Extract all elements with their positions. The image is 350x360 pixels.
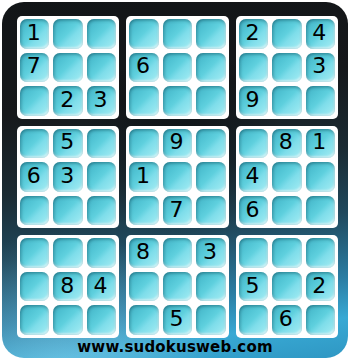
cell-r3c6[interactable] — [196, 86, 225, 116]
given-digit: 6 — [27, 165, 41, 187]
cell-r6c1[interactable] — [20, 196, 49, 226]
cell-r5c2[interactable]: 3 — [53, 162, 82, 192]
cell-r8c2[interactable]: 8 — [53, 272, 82, 302]
cell-r2c4[interactable]: 6 — [129, 53, 158, 83]
cell-r4c7[interactable] — [239, 129, 268, 159]
cell-r5c5[interactable] — [163, 162, 192, 192]
cell-r9c6[interactable] — [196, 305, 225, 335]
given-digit: 5 — [169, 308, 183, 330]
block-1: 1723 — [17, 16, 119, 119]
cell-r9c8[interactable]: 6 — [272, 305, 301, 335]
cell-r7c2[interactable] — [53, 238, 82, 268]
given-digit: 4 — [94, 275, 108, 297]
cell-r2c1[interactable]: 7 — [20, 53, 49, 83]
cell-r2c2[interactable] — [53, 53, 82, 83]
given-digit: 6 — [245, 199, 259, 221]
block-6: 8146 — [236, 126, 338, 229]
given-digit: 7 — [27, 55, 41, 77]
cell-r6c4[interactable] — [129, 196, 158, 226]
cell-r3c8[interactable] — [272, 86, 301, 116]
cell-r1c4[interactable] — [129, 19, 158, 49]
cell-r4c4[interactable] — [129, 129, 158, 159]
block-5: 917 — [126, 126, 228, 229]
given-digit: 8 — [60, 275, 74, 297]
cell-r9c2[interactable] — [53, 305, 82, 335]
given-digit: 9 — [169, 131, 183, 153]
cell-r8c9[interactable]: 2 — [306, 272, 335, 302]
cell-r6c5[interactable]: 7 — [163, 196, 192, 226]
cell-r4c2[interactable]: 5 — [53, 129, 82, 159]
given-digit: 3 — [203, 241, 217, 263]
cell-r4c1[interactable] — [20, 129, 49, 159]
cell-r2c3[interactable] — [87, 53, 116, 83]
cell-r8c5[interactable] — [163, 272, 192, 302]
block-4: 563 — [17, 126, 119, 229]
cell-r3c9[interactable] — [306, 86, 335, 116]
cell-r1c7[interactable]: 2 — [239, 19, 268, 49]
cell-r7c8[interactable] — [272, 238, 301, 268]
cell-r2c7[interactable] — [239, 53, 268, 83]
given-digit: 4 — [245, 165, 259, 187]
given-digit: 3 — [94, 89, 108, 111]
cell-r9c1[interactable] — [20, 305, 49, 335]
given-digit: 4 — [312, 22, 326, 44]
cell-r6c3[interactable] — [87, 196, 116, 226]
cell-r3c3[interactable]: 3 — [87, 86, 116, 116]
cell-r3c1[interactable] — [20, 86, 49, 116]
site-url[interactable]: www.sudokusweb.com — [77, 338, 272, 356]
block-7: 84 — [17, 235, 119, 338]
cell-r1c9[interactable]: 4 — [306, 19, 335, 49]
cell-r8c1[interactable] — [20, 272, 49, 302]
given-digit: 2 — [245, 22, 259, 44]
sudoku-board: 172362439563917814684835526 www.sudokusw… — [2, 2, 348, 358]
cell-r7c5[interactable] — [163, 238, 192, 268]
cell-r3c5[interactable] — [163, 86, 192, 116]
cell-r6c7[interactable]: 6 — [239, 196, 268, 226]
given-digit: 7 — [169, 199, 183, 221]
cell-r9c3[interactable] — [87, 305, 116, 335]
cell-r8c3[interactable]: 4 — [87, 272, 116, 302]
cell-r5c6[interactable] — [196, 162, 225, 192]
cell-r8c6[interactable] — [196, 272, 225, 302]
given-digit: 2 — [312, 275, 326, 297]
cell-r1c3[interactable] — [87, 19, 116, 49]
cell-r5c8[interactable] — [272, 162, 301, 192]
given-digit: 5 — [60, 131, 74, 153]
given-digit: 8 — [279, 131, 293, 153]
cell-r4c6[interactable] — [196, 129, 225, 159]
cell-r6c8[interactable] — [272, 196, 301, 226]
cell-r9c4[interactable] — [129, 305, 158, 335]
cell-r7c3[interactable] — [87, 238, 116, 268]
cell-r7c6[interactable]: 3 — [196, 238, 225, 268]
cell-r9c9[interactable] — [306, 305, 335, 335]
footer-band: www.sudokusweb.com — [2, 335, 348, 358]
cell-r5c7[interactable]: 4 — [239, 162, 268, 192]
cell-r7c1[interactable] — [20, 238, 49, 268]
cell-r7c9[interactable] — [306, 238, 335, 268]
cell-r5c4[interactable]: 1 — [129, 162, 158, 192]
given-digit: 3 — [60, 165, 74, 187]
cell-r8c4[interactable] — [129, 272, 158, 302]
given-digit: 6 — [136, 55, 150, 77]
cell-r4c8[interactable]: 8 — [272, 129, 301, 159]
block-2: 6 — [126, 16, 228, 119]
cell-r2c6[interactable] — [196, 53, 225, 83]
cell-r8c8[interactable] — [272, 272, 301, 302]
given-digit: 1 — [312, 131, 326, 153]
cell-r6c6[interactable] — [196, 196, 225, 226]
given-digit: 5 — [245, 275, 259, 297]
cell-r2c9[interactable]: 3 — [306, 53, 335, 83]
cell-r6c2[interactable] — [53, 196, 82, 226]
cell-r7c4[interactable]: 8 — [129, 238, 158, 268]
block-9: 526 — [236, 235, 338, 338]
given-digit: 2 — [60, 89, 74, 111]
cell-r4c5[interactable]: 9 — [163, 129, 192, 159]
cell-r9c7[interactable] — [239, 305, 268, 335]
cell-r5c9[interactable] — [306, 162, 335, 192]
cell-r5c3[interactable] — [87, 162, 116, 192]
cell-r4c3[interactable] — [87, 129, 116, 159]
cell-r1c5[interactable] — [163, 19, 192, 49]
given-digit: 6 — [279, 308, 293, 330]
cell-r8c7[interactable]: 5 — [239, 272, 268, 302]
cell-r1c1[interactable]: 1 — [20, 19, 49, 49]
given-digit: 1 — [27, 22, 41, 44]
given-digit: 8 — [136, 241, 150, 263]
sudoku-grid: 172362439563917814684835526 — [17, 16, 338, 338]
cell-r1c8[interactable] — [272, 19, 301, 49]
given-digit: 9 — [245, 89, 259, 111]
cell-r3c2[interactable]: 2 — [53, 86, 82, 116]
cell-r4c9[interactable]: 1 — [306, 129, 335, 159]
cell-r1c6[interactable] — [196, 19, 225, 49]
cell-r9c5[interactable]: 5 — [163, 305, 192, 335]
cell-r1c2[interactable] — [53, 19, 82, 49]
given-digit: 1 — [136, 165, 150, 187]
cell-r7c7[interactable] — [239, 238, 268, 268]
given-digit: 3 — [312, 55, 326, 77]
block-3: 2439 — [236, 16, 338, 119]
cell-r2c8[interactable] — [272, 53, 301, 83]
cell-r5c1[interactable]: 6 — [20, 162, 49, 192]
cell-r3c4[interactable] — [129, 86, 158, 116]
block-8: 835 — [126, 235, 228, 338]
cell-r6c9[interactable] — [306, 196, 335, 226]
cell-r3c7[interactable]: 9 — [239, 86, 268, 116]
cell-r2c5[interactable] — [163, 53, 192, 83]
